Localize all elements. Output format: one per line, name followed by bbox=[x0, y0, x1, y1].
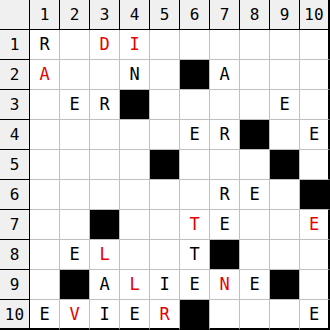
grid-cell-r4-c1[interactable] bbox=[30, 120, 60, 150]
grid-cell-r3-c3[interactable]: R bbox=[90, 90, 120, 120]
grid-cell-r8-c2[interactable]: E bbox=[60, 240, 90, 270]
grid-cell-r3-c7[interactable] bbox=[210, 90, 240, 120]
grid-cell-r1-c3[interactable]: D bbox=[90, 30, 120, 60]
grid-cell-r6-c1[interactable] bbox=[30, 180, 60, 210]
cell-letter: E bbox=[249, 186, 259, 203]
grid-cell-r6-c5[interactable] bbox=[150, 180, 180, 210]
grid-cell-r6-c9[interactable] bbox=[270, 180, 300, 210]
grid-cell-r5-c10[interactable] bbox=[300, 150, 330, 180]
grid-cell-r6-c4[interactable] bbox=[120, 180, 150, 210]
block-cell-r3-c4 bbox=[120, 90, 150, 120]
grid-cell-r8-c3[interactable]: L bbox=[90, 240, 120, 270]
block-cell-r2-c6 bbox=[180, 60, 210, 90]
grid-cell-r10-c8[interactable] bbox=[240, 300, 270, 330]
col-header-2: 2 bbox=[60, 0, 90, 30]
col-header-6: 6 bbox=[180, 0, 210, 30]
grid-cell-r1-c1[interactable]: R bbox=[30, 30, 60, 60]
grid-cell-r10-c5[interactable]: R bbox=[150, 300, 180, 330]
grid-cell-r7-c6[interactable]: T bbox=[180, 210, 210, 240]
grid-cell-r4-c10[interactable]: E bbox=[300, 120, 330, 150]
grid-cell-r8-c5[interactable] bbox=[150, 240, 180, 270]
grid-cell-r3-c5[interactable] bbox=[150, 90, 180, 120]
cell-letter: I bbox=[129, 36, 139, 53]
grid-cell-r5-c2[interactable] bbox=[60, 150, 90, 180]
row-header-3: 3 bbox=[0, 90, 30, 120]
grid-cell-r9-c8[interactable]: E bbox=[240, 270, 270, 300]
grid-cell-r4-c7[interactable]: R bbox=[210, 120, 240, 150]
grid-cell-r1-c6[interactable] bbox=[180, 30, 210, 60]
grid-cell-r5-c8[interactable] bbox=[240, 150, 270, 180]
cell-letter: E bbox=[219, 216, 229, 233]
cell-letter: E bbox=[189, 276, 199, 293]
cell-letter: R bbox=[219, 186, 229, 203]
grid-cell-r2-c3[interactable] bbox=[90, 60, 120, 90]
grid-cell-r5-c3[interactable] bbox=[90, 150, 120, 180]
row-header-6: 6 bbox=[0, 180, 30, 210]
grid-cell-r1-c8[interactable] bbox=[240, 30, 270, 60]
grid-cell-r9-c5[interactable]: I bbox=[150, 270, 180, 300]
grid-cell-r8-c1[interactable] bbox=[30, 240, 60, 270]
grid-cell-r5-c1[interactable] bbox=[30, 150, 60, 180]
grid-cell-r3-c6[interactable] bbox=[180, 90, 210, 120]
grid-cell-r3-c10[interactable] bbox=[300, 90, 330, 120]
cell-letter: I bbox=[99, 306, 109, 323]
grid-cell-r7-c10[interactable]: E bbox=[300, 210, 330, 240]
grid-cell-r9-c10[interactable] bbox=[300, 270, 330, 300]
cell-letter: A bbox=[99, 276, 109, 293]
row-header-1: 1 bbox=[0, 30, 30, 60]
cell-letter: N bbox=[129, 66, 139, 83]
grid-cell-r7-c2[interactable] bbox=[60, 210, 90, 240]
grid-cell-r1-c10[interactable] bbox=[300, 30, 330, 60]
grid-cell-r2-c9[interactable] bbox=[270, 60, 300, 90]
block-cell-r9-c9 bbox=[270, 270, 300, 300]
row-header-8: 8 bbox=[0, 240, 30, 270]
grid-cell-r10-c9[interactable] bbox=[270, 300, 300, 330]
block-cell-r5-c5 bbox=[150, 150, 180, 180]
grid-cell-r7-c9[interactable] bbox=[270, 210, 300, 240]
cell-letter: V bbox=[69, 306, 79, 323]
grid-cell-r7-c4[interactable] bbox=[120, 210, 150, 240]
cell-letter: R bbox=[39, 36, 49, 53]
grid-cell-r1-c7[interactable] bbox=[210, 30, 240, 60]
row-header-9: 9 bbox=[0, 270, 30, 300]
grid-cell-r3-c9[interactable]: E bbox=[270, 90, 300, 120]
grid-cell-r10-c4[interactable]: E bbox=[120, 300, 150, 330]
row-header-5: 5 bbox=[0, 150, 30, 180]
grid-cell-r1-c9[interactable] bbox=[270, 30, 300, 60]
cell-letter: E bbox=[69, 96, 79, 113]
block-cell-r9-c2 bbox=[60, 270, 90, 300]
grid-cell-r3-c1[interactable] bbox=[30, 90, 60, 120]
cell-letter: E bbox=[39, 306, 49, 323]
grid-cell-r10-c10[interactable]: E bbox=[300, 300, 330, 330]
block-cell-r4-c8 bbox=[240, 120, 270, 150]
col-header-3: 3 bbox=[90, 0, 120, 30]
col-header-4: 4 bbox=[120, 0, 150, 30]
grid-cell-r8-c10[interactable] bbox=[300, 240, 330, 270]
cell-letter: I bbox=[159, 276, 169, 293]
col-header-7: 7 bbox=[210, 0, 240, 30]
cell-letter: T bbox=[189, 216, 199, 233]
grid-cell-r2-c7[interactable]: A bbox=[210, 60, 240, 90]
grid-cell-r2-c1[interactable]: A bbox=[30, 60, 60, 90]
grid-cell-r6-c8[interactable]: E bbox=[240, 180, 270, 210]
crossword-board: 123456789101RDI2ANA3ERE4ERE56RE7TEE8ELT9… bbox=[0, 0, 330, 330]
corner-cell bbox=[0, 0, 30, 30]
cell-letter: L bbox=[129, 276, 139, 293]
grid-cell-r2-c8[interactable] bbox=[240, 60, 270, 90]
cell-letter: T bbox=[189, 246, 199, 263]
cell-letter: R bbox=[99, 96, 109, 113]
row-header-2: 2 bbox=[0, 60, 30, 90]
block-cell-r8-c7 bbox=[210, 240, 240, 270]
grid-cell-r2-c5[interactable] bbox=[150, 60, 180, 90]
grid-cell-r7-c8[interactable] bbox=[240, 210, 270, 240]
grid-cell-r9-c3[interactable]: A bbox=[90, 270, 120, 300]
grid-cell-r6-c2[interactable] bbox=[60, 180, 90, 210]
grid-cell-r10-c7[interactable] bbox=[210, 300, 240, 330]
grid-cell-r2-c2[interactable] bbox=[60, 60, 90, 90]
col-header-9: 9 bbox=[270, 0, 300, 30]
cell-letter: E bbox=[309, 306, 319, 323]
cell-letter: E bbox=[69, 246, 79, 263]
grid-cell-r9-c4[interactable]: L bbox=[120, 270, 150, 300]
cell-letter: E bbox=[129, 306, 139, 323]
row-header-7: 7 bbox=[0, 210, 30, 240]
grid-cell-r3-c2[interactable]: E bbox=[60, 90, 90, 120]
grid-cell-r9-c1[interactable] bbox=[30, 270, 60, 300]
cell-letter: E bbox=[309, 216, 319, 233]
block-cell-r10-c6 bbox=[180, 300, 210, 330]
cell-letter: L bbox=[99, 246, 109, 263]
grid-cell-r10-c3[interactable]: I bbox=[90, 300, 120, 330]
col-header-5: 5 bbox=[150, 0, 180, 30]
grid-cell-r4-c3[interactable] bbox=[90, 120, 120, 150]
grid-cell-r4-c2[interactable] bbox=[60, 120, 90, 150]
col-header-10: 10 bbox=[300, 0, 330, 30]
grid-cell-r8-c6[interactable]: T bbox=[180, 240, 210, 270]
cell-letter: A bbox=[39, 66, 49, 83]
grid-cell-r6-c6[interactable] bbox=[180, 180, 210, 210]
grid-cell-r4-c9[interactable] bbox=[270, 120, 300, 150]
grid-cell-r8-c8[interactable] bbox=[240, 240, 270, 270]
grid-cell-r7-c5[interactable] bbox=[150, 210, 180, 240]
grid-cell-r7-c7[interactable]: E bbox=[210, 210, 240, 240]
grid-cell-r3-c8[interactable] bbox=[240, 90, 270, 120]
grid-cell-r2-c10[interactable] bbox=[300, 60, 330, 90]
grid-cell-r4-c5[interactable] bbox=[150, 120, 180, 150]
grid-cell-r1-c5[interactable] bbox=[150, 30, 180, 60]
col-header-8: 8 bbox=[240, 0, 270, 30]
cell-letter: E bbox=[309, 126, 319, 143]
grid-cell-r1-c4[interactable]: I bbox=[120, 30, 150, 60]
block-cell-r6-c10 bbox=[300, 180, 330, 210]
row-header-4: 4 bbox=[0, 120, 30, 150]
grid-cell-r6-c7[interactable]: R bbox=[210, 180, 240, 210]
cell-letter: E bbox=[279, 96, 289, 113]
grid-cell-r10-c2[interactable]: V bbox=[60, 300, 90, 330]
cell-letter: R bbox=[159, 306, 169, 323]
grid-cell-r8-c4[interactable] bbox=[120, 240, 150, 270]
grid-cell-r4-c4[interactable] bbox=[120, 120, 150, 150]
col-header-1: 1 bbox=[30, 0, 60, 30]
cell-letter: A bbox=[219, 66, 229, 83]
grid-cell-r6-c3[interactable] bbox=[90, 180, 120, 210]
cell-letter: E bbox=[189, 126, 199, 143]
grid-cell-r8-c9[interactable] bbox=[270, 240, 300, 270]
grid-cell-r5-c6[interactable] bbox=[180, 150, 210, 180]
row-header-10: 10 bbox=[0, 300, 30, 330]
cell-letter: R bbox=[219, 126, 229, 143]
grid-cell-r5-c4[interactable] bbox=[120, 150, 150, 180]
grid-cell-r5-c7[interactable] bbox=[210, 150, 240, 180]
grid-cell-r9-c6[interactable]: E bbox=[180, 270, 210, 300]
grid-cell-r4-c6[interactable]: E bbox=[180, 120, 210, 150]
grid-cell-r1-c2[interactable] bbox=[60, 30, 90, 60]
cell-letter: N bbox=[219, 276, 229, 293]
cell-letter: E bbox=[249, 276, 259, 293]
grid-cell-r7-c1[interactable] bbox=[30, 210, 60, 240]
grid-cell-r10-c1[interactable]: E bbox=[30, 300, 60, 330]
cell-letter: D bbox=[99, 36, 109, 53]
block-cell-r5-c9 bbox=[270, 150, 300, 180]
grid-cell-r9-c7[interactable]: N bbox=[210, 270, 240, 300]
block-cell-r7-c3 bbox=[90, 210, 120, 240]
grid-cell-r2-c4[interactable]: N bbox=[120, 60, 150, 90]
